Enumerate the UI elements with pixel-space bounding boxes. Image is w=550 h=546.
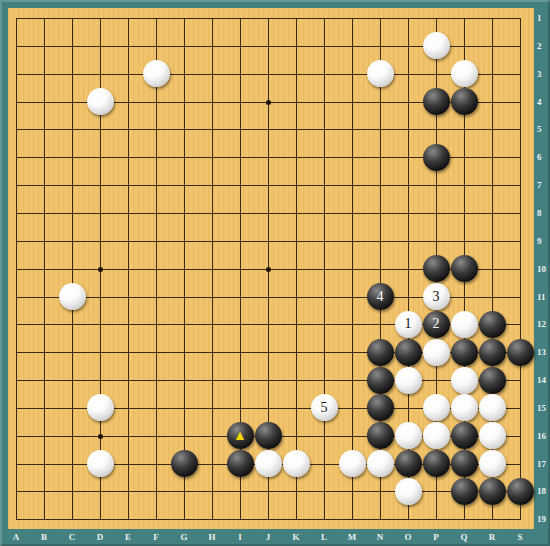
go-diagram: 43125▲ ABCDEFGHIJKLMNOPQRS 1234567891011… — [0, 0, 550, 546]
white-stone — [59, 283, 86, 310]
black-stone — [395, 339, 422, 366]
black-stone — [479, 339, 506, 366]
white-stone — [87, 394, 114, 421]
row-label-2: 2 — [537, 41, 550, 51]
black-stone: 2 — [423, 311, 450, 338]
black-stone — [451, 255, 478, 282]
black-stone — [479, 367, 506, 394]
row-label-17: 17 — [537, 459, 550, 469]
move-number-label: 5 — [321, 401, 328, 415]
row-label-15: 15 — [537, 403, 550, 413]
row-label-3: 3 — [537, 69, 550, 79]
column-label-M: M — [345, 532, 359, 542]
black-stone — [395, 450, 422, 477]
white-stone — [283, 450, 310, 477]
column-label-R: R — [485, 532, 499, 542]
black-stone — [227, 450, 254, 477]
white-stone — [367, 450, 394, 477]
star-point — [266, 100, 271, 105]
grid-line — [16, 380, 521, 381]
white-stone — [479, 394, 506, 421]
black-stone — [451, 339, 478, 366]
black-stone — [479, 311, 506, 338]
row-label-8: 8 — [537, 208, 550, 218]
row-label-18: 18 — [537, 486, 550, 496]
star-point — [98, 267, 103, 272]
column-label-H: H — [205, 532, 219, 542]
column-label-J: J — [261, 532, 275, 542]
white-stone — [451, 394, 478, 421]
black-stone — [255, 422, 282, 449]
white-stone — [479, 422, 506, 449]
row-label-13: 13 — [537, 347, 550, 357]
black-stone — [451, 478, 478, 505]
row-label-11: 11 — [537, 292, 550, 302]
move-number-label: 3 — [433, 290, 440, 304]
column-label-O: O — [401, 532, 415, 542]
triangle-marker-icon: ▲ — [233, 428, 247, 442]
white-stone — [255, 450, 282, 477]
white-stone — [423, 422, 450, 449]
move-number-label: 2 — [433, 317, 440, 331]
row-label-19: 19 — [537, 514, 550, 524]
move-number-label: 1 — [405, 317, 412, 331]
white-stone — [395, 422, 422, 449]
white-stone: 5 — [311, 394, 338, 421]
white-stone: 1 — [395, 311, 422, 338]
grid-line — [324, 18, 325, 520]
black-stone — [423, 88, 450, 115]
column-label-B: B — [37, 532, 51, 542]
black-stone: ▲ — [227, 422, 254, 449]
column-label-S: S — [513, 532, 527, 542]
row-label-6: 6 — [537, 152, 550, 162]
column-label-E: E — [121, 532, 135, 542]
black-stone — [451, 450, 478, 477]
black-stone — [423, 144, 450, 171]
white-stone — [395, 367, 422, 394]
row-label-9: 9 — [537, 236, 550, 246]
black-stone — [367, 367, 394, 394]
black-stone — [367, 422, 394, 449]
row-label-12: 12 — [537, 319, 550, 329]
white-stone — [451, 60, 478, 87]
white-stone — [423, 32, 450, 59]
row-label-4: 4 — [537, 97, 550, 107]
white-stone — [423, 394, 450, 421]
grid-line — [296, 18, 297, 520]
black-stone — [479, 478, 506, 505]
white-stone — [423, 339, 450, 366]
column-label-A: A — [9, 532, 23, 542]
row-label-5: 5 — [537, 124, 550, 134]
white-stone — [451, 311, 478, 338]
grid-line — [16, 519, 521, 520]
black-stone — [451, 422, 478, 449]
column-label-G: G — [177, 532, 191, 542]
white-stone — [479, 450, 506, 477]
white-stone: 3 — [423, 283, 450, 310]
black-stone — [451, 88, 478, 115]
row-label-1: 1 — [537, 13, 550, 23]
move-number-label: 4 — [377, 290, 384, 304]
star-point — [98, 434, 103, 439]
column-label-C: C — [65, 532, 79, 542]
black-stone — [423, 255, 450, 282]
column-label-N: N — [373, 532, 387, 542]
white-stone — [87, 88, 114, 115]
column-label-K: K — [289, 532, 303, 542]
star-point — [266, 267, 271, 272]
white-stone — [87, 450, 114, 477]
black-stone — [507, 478, 534, 505]
row-label-14: 14 — [537, 375, 550, 385]
white-stone — [367, 60, 394, 87]
black-stone: 4 — [367, 283, 394, 310]
black-stone — [367, 339, 394, 366]
column-label-L: L — [317, 532, 331, 542]
column-label-I: I — [233, 532, 247, 542]
row-label-16: 16 — [537, 431, 550, 441]
row-label-7: 7 — [537, 180, 550, 190]
grid-line — [16, 491, 521, 492]
row-label-10: 10 — [537, 264, 550, 274]
column-label-Q: Q — [457, 532, 471, 542]
grid-line — [520, 18, 521, 520]
black-stone — [423, 450, 450, 477]
black-stone — [507, 339, 534, 366]
black-stone — [367, 394, 394, 421]
column-label-F: F — [149, 532, 163, 542]
black-stone — [171, 450, 198, 477]
column-label-D: D — [93, 532, 107, 542]
white-stone — [451, 367, 478, 394]
column-label-P: P — [429, 532, 443, 542]
grid-line — [352, 18, 353, 520]
white-stone — [143, 60, 170, 87]
white-stone — [339, 450, 366, 477]
white-stone — [395, 478, 422, 505]
